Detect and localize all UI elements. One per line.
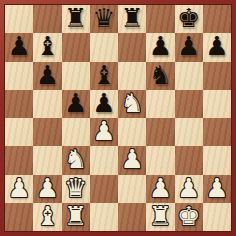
white-knight[interactable]: ♞ [120,90,143,116]
square-c3[interactable]: ♞ [62,146,90,174]
white-pawn[interactable]: ♟ [205,175,228,201]
white-pawn[interactable]: ♟ [7,175,30,201]
square-f2[interactable]: ♟ [146,175,174,203]
square-e6[interactable] [118,62,146,90]
square-h4[interactable] [203,118,231,146]
square-d4[interactable]: ♟ [90,118,118,146]
square-e3[interactable]: ♟ [118,146,146,174]
square-c1[interactable]: ♜ [62,203,90,231]
chess-board: ♜♛♜♚♟♝♟♟♟♟♝♞♟♟♞♟♞♟♟♟♛♟♟♟♝♜♜♚ [5,5,231,231]
square-d7[interactable] [90,33,118,61]
black-rook[interactable]: ♜ [64,5,87,31]
square-d6[interactable]: ♝ [90,62,118,90]
white-rook[interactable]: ♜ [149,203,172,229]
square-c8[interactable]: ♜ [62,5,90,33]
white-queen[interactable]: ♛ [64,175,87,201]
square-g3[interactable] [175,146,203,174]
white-pawn[interactable]: ♟ [120,146,143,172]
square-a4[interactable] [5,118,33,146]
white-bishop[interactable]: ♝ [36,203,59,229]
square-f7[interactable]: ♟ [146,33,174,61]
square-g2[interactable]: ♟ [175,175,203,203]
black-pawn[interactable]: ♟ [149,33,172,59]
square-e2[interactable] [118,175,146,203]
square-b3[interactable] [33,146,61,174]
black-knight[interactable]: ♞ [149,62,172,88]
square-g4[interactable] [175,118,203,146]
black-rook[interactable]: ♜ [120,5,143,31]
square-g7[interactable]: ♟ [175,33,203,61]
square-c7[interactable] [62,33,90,61]
square-b6[interactable]: ♟ [33,62,61,90]
square-g5[interactable] [175,90,203,118]
white-pawn[interactable]: ♟ [92,118,115,144]
square-a3[interactable] [5,146,33,174]
square-c6[interactable] [62,62,90,90]
square-a1[interactable] [5,203,33,231]
square-h7[interactable]: ♟ [203,33,231,61]
square-b5[interactable] [33,90,61,118]
square-b4[interactable] [33,118,61,146]
square-c5[interactable]: ♟ [62,90,90,118]
square-c4[interactable] [62,118,90,146]
black-pawn[interactable]: ♟ [177,33,200,59]
black-pawn[interactable]: ♟ [7,33,30,59]
square-d2[interactable] [90,175,118,203]
black-pawn[interactable]: ♟ [64,90,87,116]
square-d1[interactable] [90,203,118,231]
square-h5[interactable] [203,90,231,118]
square-a2[interactable]: ♟ [5,175,33,203]
white-rook[interactable]: ♜ [64,203,87,229]
square-h8[interactable] [203,5,231,33]
square-b7[interactable]: ♝ [33,33,61,61]
square-a5[interactable] [5,90,33,118]
black-queen[interactable]: ♛ [92,5,115,31]
black-pawn[interactable]: ♟ [92,90,115,116]
square-e4[interactable] [118,118,146,146]
square-d5[interactable]: ♟ [90,90,118,118]
white-king[interactable]: ♚ [177,203,200,229]
square-f4[interactable] [146,118,174,146]
square-f6[interactable]: ♞ [146,62,174,90]
square-h3[interactable] [203,146,231,174]
white-pawn[interactable]: ♟ [36,175,59,201]
black-bishop[interactable]: ♝ [92,62,115,88]
chess-board-frame: ♜♛♜♚♟♝♟♟♟♟♝♞♟♟♞♟♞♟♟♟♛♟♟♟♝♜♜♚ [0,0,236,236]
square-h2[interactable]: ♟ [203,175,231,203]
square-e1[interactable] [118,203,146,231]
square-d8[interactable]: ♛ [90,5,118,33]
square-f8[interactable] [146,5,174,33]
square-h1[interactable] [203,203,231,231]
square-c2[interactable]: ♛ [62,175,90,203]
square-a7[interactable]: ♟ [5,33,33,61]
square-a6[interactable] [5,62,33,90]
black-pawn[interactable]: ♟ [36,62,59,88]
white-knight[interactable]: ♞ [64,146,87,172]
square-h6[interactable] [203,62,231,90]
white-pawn[interactable]: ♟ [149,175,172,201]
black-bishop[interactable]: ♝ [36,33,59,59]
square-e5[interactable]: ♞ [118,90,146,118]
square-b8[interactable] [33,5,61,33]
square-e8[interactable]: ♜ [118,5,146,33]
square-f3[interactable] [146,146,174,174]
square-d3[interactable] [90,146,118,174]
black-king[interactable]: ♚ [177,5,200,31]
white-pawn[interactable]: ♟ [177,175,200,201]
black-pawn[interactable]: ♟ [205,33,228,59]
square-g1[interactable]: ♚ [175,203,203,231]
square-g6[interactable] [175,62,203,90]
square-b2[interactable]: ♟ [33,175,61,203]
square-e7[interactable] [118,33,146,61]
square-g8[interactable]: ♚ [175,5,203,33]
square-f1[interactable]: ♜ [146,203,174,231]
square-a8[interactable] [5,5,33,33]
square-b1[interactable]: ♝ [33,203,61,231]
square-f5[interactable] [146,90,174,118]
